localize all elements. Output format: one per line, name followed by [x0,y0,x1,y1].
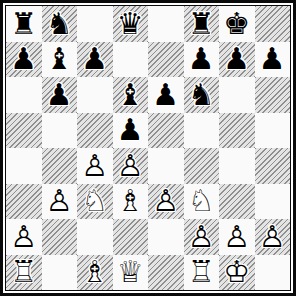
square-c4[interactable]: ♟♙ [77,148,113,184]
square-g6[interactable] [219,77,255,113]
square-b4[interactable] [42,148,78,184]
square-f3[interactable]: ♞♘ [184,184,220,220]
piece-outline: ♙ [10,222,37,252]
square-h3[interactable] [255,184,291,220]
piece-fill: ♟ [81,44,108,74]
black-king: ♚ [223,9,250,39]
piece-fill: ♟ [46,80,73,110]
piece-fill: ♜ [10,257,37,287]
piece-fill: ♟ [10,44,37,74]
square-h4[interactable] [255,148,291,184]
square-g1[interactable]: ♚♔ [219,255,255,291]
piece-fill: ♟ [46,186,73,216]
square-a7[interactable]: ♟ [6,42,42,78]
black-pawn: ♟ [152,80,179,110]
piece-outline: ♘ [81,186,108,216]
piece-outline: ♙ [117,151,144,181]
square-h2[interactable]: ♟♙ [255,219,291,255]
black-pawn: ♟ [81,44,108,74]
black-bishop: ♝ [117,80,144,110]
piece-outline: ♙ [188,222,215,252]
square-b6[interactable]: ♟ [42,77,78,113]
piece-fill: ♞ [188,186,215,216]
piece-fill: ♟ [188,44,215,74]
piece-fill: ♟ [188,222,215,252]
square-h5[interactable] [255,113,291,149]
square-g8[interactable]: ♚ [219,6,255,42]
square-c8[interactable] [77,6,113,42]
white-queen: ♛♕ [117,257,144,287]
square-d5[interactable]: ♟ [113,113,149,149]
black-rook: ♜ [188,9,215,39]
square-d4[interactable]: ♟♙ [113,148,149,184]
square-h7[interactable]: ♟ [255,42,291,78]
white-rook: ♜♖ [188,257,215,287]
piece-outline: ♖ [10,257,37,287]
square-g5[interactable] [219,113,255,149]
square-g7[interactable]: ♟ [219,42,255,78]
piece-fill: ♞ [188,80,215,110]
black-pawn: ♟ [259,44,286,74]
square-a5[interactable] [6,113,42,149]
piece-outline: ♙ [223,222,250,252]
square-a2[interactable]: ♟♙ [6,219,42,255]
square-a3[interactable] [6,184,42,220]
piece-outline: ♔ [223,257,250,287]
piece-fill: ♚ [223,9,250,39]
square-f5[interactable] [184,113,220,149]
black-pawn: ♟ [10,44,37,74]
square-h1[interactable] [255,255,291,291]
square-a6[interactable] [6,77,42,113]
square-e8[interactable] [148,6,184,42]
white-pawn: ♟♙ [46,186,73,216]
square-h6[interactable] [255,77,291,113]
piece-fill: ♟ [223,222,250,252]
piece-fill: ♝ [46,44,73,74]
piece-outline: ♕ [117,257,144,287]
square-g4[interactable] [219,148,255,184]
square-d2[interactable] [113,219,149,255]
square-g3[interactable] [219,184,255,220]
square-e6[interactable]: ♟ [148,77,184,113]
square-e1[interactable] [148,255,184,291]
square-e5[interactable] [148,113,184,149]
piece-outline: ♙ [46,186,73,216]
square-f6[interactable]: ♞ [184,77,220,113]
piece-fill: ♟ [152,186,179,216]
square-f8[interactable]: ♜ [184,6,220,42]
piece-fill: ♝ [81,257,108,287]
square-c6[interactable] [77,77,113,113]
piece-fill: ♟ [10,222,37,252]
piece-fill: ♚ [223,257,250,287]
piece-fill: ♝ [117,186,144,216]
square-a4[interactable] [6,148,42,184]
piece-fill: ♟ [223,44,250,74]
square-b8[interactable]: ♞ [42,6,78,42]
piece-fill: ♟ [117,151,144,181]
square-d8[interactable]: ♛ [113,6,149,42]
white-knight: ♞♘ [188,186,215,216]
white-pawn: ♟♙ [152,186,179,216]
square-e7[interactable] [148,42,184,78]
square-b2[interactable] [42,219,78,255]
piece-fill: ♟ [259,222,286,252]
piece-outline: ♗ [81,257,108,287]
square-f1[interactable]: ♜♖ [184,255,220,291]
black-pawn: ♟ [46,80,73,110]
white-pawn: ♟♙ [223,222,250,252]
chess-board: ♜♞♛♜♚♟♝♟♟♟♟♟♝♟♞♟♟♙♟♙♟♙♞♘♝♗♟♙♞♘♟♙♟♙♟♙♟♙♜♖… [5,5,291,291]
piece-outline: ♙ [81,151,108,181]
white-pawn: ♟♙ [117,151,144,181]
square-b7[interactable]: ♝ [42,42,78,78]
square-a1[interactable]: ♜♖ [6,255,42,291]
square-b1[interactable] [42,255,78,291]
black-knight: ♞ [188,80,215,110]
square-d1[interactable]: ♛♕ [113,255,149,291]
piece-fill: ♝ [117,80,144,110]
square-e3[interactable]: ♟♙ [148,184,184,220]
white-king: ♚♔ [223,257,250,287]
black-pawn: ♟ [117,115,144,145]
black-rook: ♜ [10,9,37,39]
white-pawn: ♟♙ [10,222,37,252]
piece-outline: ♙ [259,222,286,252]
square-f4[interactable] [184,148,220,184]
square-f2[interactable]: ♟♙ [184,219,220,255]
white-rook: ♜♖ [10,257,37,287]
square-e4[interactable] [148,148,184,184]
black-pawn: ♟ [188,44,215,74]
piece-fill: ♞ [46,9,73,39]
square-g2[interactable]: ♟♙ [219,219,255,255]
chess-board-frame: ♜♞♛♜♚♟♝♟♟♟♟♟♝♟♞♟♟♙♟♙♟♙♞♘♝♗♟♙♞♘♟♙♟♙♟♙♟♙♜♖… [0,0,296,296]
square-a8[interactable]: ♜ [6,6,42,42]
square-b3[interactable]: ♟♙ [42,184,78,220]
piece-outline: ♘ [188,186,215,216]
square-c2[interactable] [77,219,113,255]
white-pawn: ♟♙ [81,151,108,181]
black-bishop: ♝ [46,44,73,74]
black-pawn: ♟ [223,44,250,74]
piece-fill: ♟ [152,80,179,110]
white-knight: ♞♘ [81,186,108,216]
piece-fill: ♟ [259,44,286,74]
piece-fill: ♟ [117,115,144,145]
white-pawn: ♟♙ [188,222,215,252]
piece-fill: ♜ [10,9,37,39]
piece-outline: ♙ [152,186,179,216]
square-c1[interactable]: ♝♗ [77,255,113,291]
piece-outline: ♗ [117,186,144,216]
piece-fill: ♛ [117,9,144,39]
square-d6[interactable]: ♝ [113,77,149,113]
piece-fill: ♟ [81,151,108,181]
piece-fill: ♜ [188,9,215,39]
piece-outline: ♖ [188,257,215,287]
black-knight: ♞ [46,9,73,39]
square-d3[interactable]: ♝♗ [113,184,149,220]
square-b5[interactable] [42,113,78,149]
square-c7[interactable]: ♟ [77,42,113,78]
black-queen: ♛ [117,9,144,39]
square-e2[interactable] [148,219,184,255]
white-pawn: ♟♙ [259,222,286,252]
piece-fill: ♛ [117,257,144,287]
square-d7[interactable] [113,42,149,78]
square-f7[interactable]: ♟ [184,42,220,78]
piece-fill: ♜ [188,257,215,287]
square-c5[interactable] [77,113,113,149]
square-h8[interactable] [255,6,291,42]
square-c3[interactable]: ♞♘ [77,184,113,220]
piece-fill: ♞ [81,186,108,216]
white-bishop: ♝♗ [81,257,108,287]
white-bishop: ♝♗ [117,186,144,216]
